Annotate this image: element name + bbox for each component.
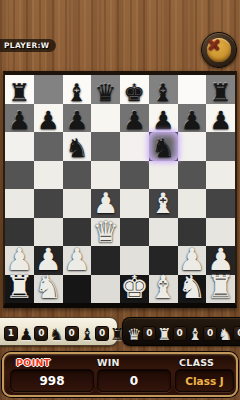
square-a1[interactable]: ♜ [5,275,34,304]
square-d1[interactable] [91,275,120,304]
class-value: Class J [175,369,234,392]
square-b8[interactable] [34,75,63,104]
square-e6[interactable] [120,132,149,161]
square-d7[interactable] [91,104,120,133]
pawn-icon: ♟ [19,327,33,343]
piece-black-pawn[interactable]: ♟ [120,108,149,133]
piece-black-king[interactable]: ♚ [120,81,149,105]
square-b5[interactable] [34,161,63,190]
square-f6[interactable]: ♞ [149,132,178,161]
knight-icon: ♞ [218,327,232,343]
square-e4[interactable] [120,189,149,218]
captured-queen-counter: ♛0 [127,326,156,343]
square-d4[interactable]: ♟ [91,189,120,218]
rook-icon: ♜ [157,327,171,343]
square-d6[interactable] [91,132,120,161]
square-c1[interactable] [63,275,92,304]
piece-black-pawn[interactable]: ♟ [149,108,178,133]
class-label: CLASS [179,357,214,368]
captured-count: 0 [142,326,156,341]
bishop-icon: ♝ [80,327,94,343]
square-c2[interactable]: ♟ [63,246,92,275]
square-g8[interactable] [178,75,207,104]
square-b7[interactable]: ♟ [34,104,63,133]
square-d8[interactable]: ♛ [91,75,120,104]
captured-black-pieces-tray: 1♟0♞0♝0♜0♛ [0,317,118,346]
square-d5[interactable] [91,161,120,190]
piece-white-queen[interactable]: ♛ [91,218,120,248]
square-f7[interactable]: ♟ [149,104,178,133]
square-e1[interactable]: ♚ [120,275,149,304]
captured-rook-counter: 0♜ [95,326,124,343]
square-c5[interactable] [63,161,92,190]
square-a4[interactable] [5,189,34,218]
square-h6[interactable] [206,132,235,161]
captured-count: 0 [233,326,240,341]
square-c6[interactable]: ♞ [63,132,92,161]
close-button[interactable] [201,32,237,68]
chess-board[interactable]: ♜♝♛♚♝♜♟♟♟♟♟♟♟♞♞♟♝♛♟♟♟♟♟♜♞♚♝♞♜ [5,75,235,303]
piece-white-bishop[interactable]: ♝ [149,190,178,218]
square-a6[interactable] [5,132,34,161]
square-b4[interactable] [34,189,63,218]
piece-black-bishop[interactable]: ♝ [149,81,178,105]
square-c8[interactable]: ♝ [63,75,92,104]
piece-white-rook[interactable]: ♜ [206,272,235,304]
piece-black-bishop[interactable]: ♝ [63,81,92,105]
square-g5[interactable] [178,161,207,190]
square-g7[interactable]: ♟ [178,104,207,133]
piece-black-pawn[interactable]: ♟ [34,108,63,133]
captured-rook-counter: ♜0 [157,326,186,343]
square-h1[interactable]: ♜ [206,275,235,304]
piece-white-pawn[interactable]: ♟ [63,245,92,276]
piece-white-bishop[interactable]: ♝ [149,272,178,304]
piece-black-knight[interactable]: ♞ [63,135,92,161]
square-c7[interactable]: ♟ [63,104,92,133]
piece-white-knight[interactable]: ♞ [34,272,63,304]
square-a7[interactable]: ♟ [5,104,34,133]
piece-black-rook[interactable]: ♜ [5,81,34,105]
square-e5[interactable] [120,161,149,190]
point-value: 998 [10,369,94,392]
captured-bishop-counter: 0♝ [65,326,94,343]
captured-count: 0 [34,326,48,341]
captured-bishop-counter: ♝0 [188,326,217,343]
square-d3[interactable]: ♛ [91,218,120,247]
captured-white-pieces-tray: ♛0♜0♝0♞0♟2 [122,317,240,346]
square-f1[interactable]: ♝ [149,275,178,304]
square-h7[interactable]: ♟ [206,104,235,133]
captured-count: 0 [203,326,217,341]
captured-count: 0 [95,326,109,341]
piece-black-rook[interactable]: ♜ [206,81,235,105]
captured-knight-counter: ♞0 [218,326,240,343]
piece-black-knight[interactable]: ♞ [149,135,178,161]
bishop-icon: ♝ [188,327,202,343]
square-h4[interactable] [206,189,235,218]
game-screen: PLAYER:W ♜♝♛♚♝♜♟♟♟♟♟♟♟♞♞♟♝♛♟♟♟♟♟♜♞♚♝♞♜ 1… [0,0,240,400]
piece-black-pawn[interactable]: ♟ [5,108,34,133]
square-e7[interactable]: ♟ [120,104,149,133]
square-a5[interactable] [5,161,34,190]
piece-white-knight[interactable]: ♞ [178,272,207,304]
square-g6[interactable] [178,132,207,161]
square-b6[interactable] [34,132,63,161]
piece-black-pawn[interactable]: ♟ [206,108,235,133]
piece-black-pawn[interactable]: ♟ [178,108,207,133]
square-b1[interactable]: ♞ [34,275,63,304]
queen-icon: ♛ [127,327,141,343]
square-f5[interactable] [149,161,178,190]
captured-count: 1 [4,326,18,341]
square-g1[interactable]: ♞ [178,275,207,304]
stats-panel: POINT WIN CLASS 998 0 Class J [2,352,238,397]
square-e8[interactable]: ♚ [120,75,149,104]
piece-black-pawn[interactable]: ♟ [63,108,92,133]
captured-count: 0 [173,326,187,341]
win-label: WIN [97,357,120,368]
square-a8[interactable]: ♜ [5,75,34,104]
captured-knight-counter: 0♞ [34,326,63,343]
knight-icon: ♞ [49,327,63,343]
board-frame: ♜♝♛♚♝♜♟♟♟♟♟♟♟♞♞♟♝♛♟♟♟♟♟♜♞♚♝♞♜ [3,71,237,308]
square-g4[interactable] [178,189,207,218]
captured-count: 0 [65,326,79,341]
piece-black-queen[interactable]: ♛ [91,81,120,105]
win-value: 0 [97,369,171,392]
square-h8[interactable]: ♜ [206,75,235,104]
square-e3[interactable] [120,218,149,247]
player-turn-badge: PLAYER:W [0,39,56,52]
square-d2[interactable] [91,246,120,275]
square-h5[interactable] [206,161,235,190]
captured-pawn-counter: 1♟ [4,326,33,343]
square-f8[interactable]: ♝ [149,75,178,104]
point-label: POINT [16,357,51,368]
square-f3[interactable] [149,218,178,247]
square-c4[interactable] [63,189,92,218]
square-f4[interactable]: ♝ [149,189,178,218]
piece-white-king[interactable]: ♚ [120,272,149,304]
piece-white-rook[interactable]: ♜ [5,272,34,304]
